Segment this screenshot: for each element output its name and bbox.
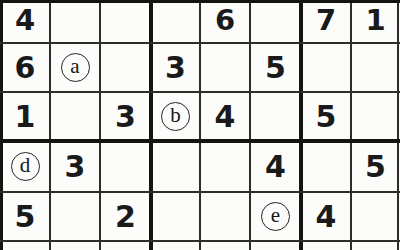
given-digit: 1	[15, 102, 36, 132]
cell-r2c5[interactable]	[200, 43, 250, 92]
cell-r5c1[interactable]: 5	[0, 192, 50, 241]
cell-r6c6[interactable]	[250, 241, 301, 250]
grid-line	[0, 191, 400, 193]
given-digit: 5	[15, 202, 36, 232]
given-digit: 3	[115, 102, 136, 132]
grid-line	[0, 91, 400, 93]
cell-r1c5[interactable]: 6	[200, 0, 250, 43]
box-border-line	[149, 0, 153, 250]
given-digit: 3	[165, 53, 186, 83]
cell-r6c8[interactable]	[351, 241, 400, 250]
cell-r4c4[interactable]	[151, 141, 200, 192]
circled-letter-text: a	[70, 56, 79, 77]
cell-r1c8[interactable]: 1	[351, 0, 400, 43]
given-digit: 5	[265, 53, 286, 83]
cell-r3c4[interactable]: b	[151, 92, 200, 141]
cell-r3c6[interactable]	[250, 92, 301, 141]
cell-r6c2[interactable]	[50, 241, 100, 250]
box-border-line	[0, 0, 3, 250]
cell-r6c5[interactable]	[200, 241, 250, 250]
given-digit: 4	[265, 152, 286, 182]
cell-r4c3[interactable]	[100, 141, 151, 192]
cell-r3c1[interactable]: 1	[0, 92, 50, 141]
given-digit: 5	[365, 152, 386, 182]
grid-line	[99, 0, 101, 250]
cell-r3c3[interactable]: 3	[100, 92, 151, 141]
circled-letter-text: b	[170, 105, 181, 126]
cell-r6c4[interactable]	[151, 241, 200, 250]
given-digit: 6	[215, 6, 235, 35]
cell-r2c1[interactable]: 6	[0, 43, 50, 92]
cell-r5c4[interactable]	[151, 192, 200, 241]
circled-letter-a: a	[61, 53, 90, 82]
cell-r5c3[interactable]: 2	[100, 192, 151, 241]
cell-r4c5[interactable]	[200, 141, 250, 192]
given-digit: 2	[115, 202, 136, 232]
grid-line	[0, 42, 400, 44]
cell-r1c1[interactable]: 4	[0, 0, 50, 43]
cell-r2c3[interactable]	[100, 43, 151, 92]
cell-r4c2[interactable]: 3	[50, 141, 100, 192]
cell-r2c6[interactable]: 5	[250, 43, 301, 92]
cell-r4c6[interactable]: 4	[250, 141, 301, 192]
circled-letter-text: d	[20, 155, 31, 176]
cell-r6c3[interactable]	[100, 241, 151, 250]
circled-letter-d: d	[11, 152, 40, 181]
grid-line	[397, 0, 399, 250]
given-digit: 7	[316, 6, 336, 35]
given-digit: 4	[15, 6, 35, 35]
given-digit: 4	[316, 202, 337, 232]
cell-r1c4[interactable]	[151, 0, 200, 43]
cell-r2c4[interactable]: 3	[151, 43, 200, 92]
grid-line	[199, 0, 201, 250]
box-border-line	[0, 0, 400, 3]
cell-r2c2[interactable]: a	[50, 43, 100, 92]
grid-line	[350, 0, 352, 250]
cell-r4c1[interactable]: d	[0, 141, 50, 192]
cell-r1c2[interactable]	[50, 0, 100, 43]
cell-r2c7[interactable]	[301, 43, 351, 92]
cell-r2c8[interactable]	[351, 43, 400, 92]
box-border-line	[0, 139, 400, 143]
grid-line	[249, 0, 251, 250]
circled-letter-b: b	[161, 102, 190, 131]
cell-r3c2[interactable]	[50, 92, 100, 141]
cell-r3c8[interactable]	[351, 92, 400, 141]
cell-r5c7[interactable]: 4	[301, 192, 351, 241]
sudoku-board: 46716a3513b45d34552e4	[0, 0, 400, 250]
cell-r1c7[interactable]: 7	[301, 0, 351, 43]
circled-letter-e: e	[261, 202, 290, 231]
cell-r6c7[interactable]	[301, 241, 351, 250]
cell-r1c3[interactable]	[100, 0, 151, 43]
given-digit: 6	[15, 53, 36, 83]
circled-letter-text: e	[271, 205, 280, 226]
box-border-line	[299, 0, 303, 250]
given-digit: 1	[365, 6, 385, 35]
given-digit: 4	[215, 102, 236, 132]
cell-r3c7[interactable]: 5	[301, 92, 351, 141]
grid-line	[0, 240, 400, 242]
cell-r5c5[interactable]	[200, 192, 250, 241]
cell-r4c8[interactable]: 5	[351, 141, 400, 192]
cell-r5c6[interactable]: e	[250, 192, 301, 241]
cell-r5c2[interactable]	[50, 192, 100, 241]
cell-r1c6[interactable]	[250, 0, 301, 43]
grid-line	[49, 0, 51, 250]
given-digit: 3	[65, 152, 86, 182]
cell-r5c8[interactable]	[351, 192, 400, 241]
cell-r4c7[interactable]	[301, 141, 351, 192]
given-digit: 5	[316, 102, 337, 132]
cell-r6c1[interactable]	[0, 241, 50, 250]
cell-r3c5[interactable]: 4	[200, 92, 250, 141]
